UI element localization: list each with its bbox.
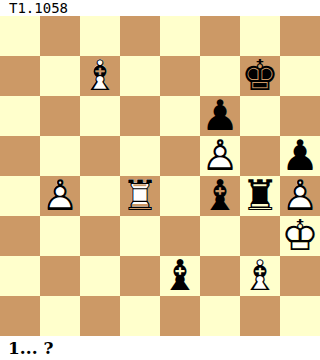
square-f5[interactable]: ♟♙: [200, 136, 240, 176]
move-prompt: 1... ?: [0, 336, 320, 360]
square-g5[interactable]: [240, 136, 280, 176]
piece-glyph-fill: ♟: [40, 176, 80, 216]
square-c7[interactable]: ♝♗: [80, 56, 120, 96]
square-a7[interactable]: [0, 56, 40, 96]
square-a4[interactable]: [0, 176, 40, 216]
square-a5[interactable]: [0, 136, 40, 176]
piece-glyph-fill: ♝: [80, 56, 120, 96]
square-h4[interactable]: ♟♙: [280, 176, 320, 216]
piece-glyph-outline: ♙: [200, 136, 240, 176]
square-g2[interactable]: ♝♗: [240, 256, 280, 296]
square-e6[interactable]: [160, 96, 200, 136]
square-a6[interactable]: [0, 96, 40, 136]
square-f2[interactable]: [200, 256, 240, 296]
square-c1[interactable]: [80, 296, 120, 336]
square-b1[interactable]: [40, 296, 80, 336]
square-c6[interactable]: [80, 96, 120, 136]
square-a8[interactable]: [0, 16, 40, 56]
square-d5[interactable]: [120, 136, 160, 176]
piece-glyph-outline: ♗: [240, 256, 280, 296]
black-bishop[interactable]: ♝: [200, 176, 240, 216]
square-e3[interactable]: [160, 216, 200, 256]
square-a3[interactable]: [0, 216, 40, 256]
square-b6[interactable]: [40, 96, 80, 136]
piece-glyph: ♜: [240, 176, 280, 216]
square-b4[interactable]: ♟♙: [40, 176, 80, 216]
square-g6[interactable]: [240, 96, 280, 136]
square-e2[interactable]: ♝: [160, 256, 200, 296]
square-b3[interactable]: [40, 216, 80, 256]
white-pawn[interactable]: ♟♙: [40, 176, 80, 216]
square-d3[interactable]: [120, 216, 160, 256]
piece-glyph: ♟: [280, 136, 320, 176]
white-pawn[interactable]: ♟♙: [200, 136, 240, 176]
square-f8[interactable]: [200, 16, 240, 56]
white-pawn[interactable]: ♟♙: [280, 176, 320, 216]
square-e8[interactable]: [160, 16, 200, 56]
square-a2[interactable]: [0, 256, 40, 296]
piece-glyph-fill: ♟: [280, 176, 320, 216]
piece-glyph-fill: ♝: [240, 256, 280, 296]
square-d7[interactable]: [120, 56, 160, 96]
square-f7[interactable]: [200, 56, 240, 96]
square-h5[interactable]: ♟: [280, 136, 320, 176]
piece-glyph: ♝: [200, 176, 240, 216]
square-e1[interactable]: [160, 296, 200, 336]
black-king[interactable]: ♚: [240, 56, 280, 96]
piece-glyph: ♟: [200, 96, 240, 136]
square-e7[interactable]: [160, 56, 200, 96]
piece-glyph-fill: ♚: [280, 216, 320, 256]
square-g8[interactable]: [240, 16, 280, 56]
square-d8[interactable]: [120, 16, 160, 56]
white-king[interactable]: ♚♔: [280, 216, 320, 256]
square-b7[interactable]: [40, 56, 80, 96]
square-h2[interactable]: [280, 256, 320, 296]
piece-glyph-outline: ♗: [80, 56, 120, 96]
piece-glyph-outline: ♙: [280, 176, 320, 216]
square-d4[interactable]: ♜♖: [120, 176, 160, 216]
square-d1[interactable]: [120, 296, 160, 336]
piece-glyph: ♚: [240, 56, 280, 96]
square-h8[interactable]: [280, 16, 320, 56]
square-c3[interactable]: [80, 216, 120, 256]
square-f4[interactable]: ♝: [200, 176, 240, 216]
square-g7[interactable]: ♚: [240, 56, 280, 96]
square-d2[interactable]: [120, 256, 160, 296]
puzzle-id: T1.1058: [0, 0, 320, 16]
square-g1[interactable]: [240, 296, 280, 336]
square-h3[interactable]: ♚♔: [280, 216, 320, 256]
square-h1[interactable]: [280, 296, 320, 336]
white-bishop[interactable]: ♝♗: [240, 256, 280, 296]
square-h6[interactable]: [280, 96, 320, 136]
square-c2[interactable]: [80, 256, 120, 296]
square-c8[interactable]: [80, 16, 120, 56]
black-pawn[interactable]: ♟: [200, 96, 240, 136]
white-rook[interactable]: ♜♖: [120, 176, 160, 216]
square-a1[interactable]: [0, 296, 40, 336]
black-rook[interactable]: ♜: [240, 176, 280, 216]
piece-glyph-outline: ♔: [280, 216, 320, 256]
piece-glyph-fill: ♜: [120, 176, 160, 216]
square-g4[interactable]: ♜: [240, 176, 280, 216]
square-h7[interactable]: [280, 56, 320, 96]
square-g3[interactable]: [240, 216, 280, 256]
piece-glyph-outline: ♖: [120, 176, 160, 216]
square-f6[interactable]: ♟: [200, 96, 240, 136]
square-f3[interactable]: [200, 216, 240, 256]
square-b8[interactable]: [40, 16, 80, 56]
black-bishop[interactable]: ♝: [160, 256, 200, 296]
square-e5[interactable]: [160, 136, 200, 176]
white-bishop[interactable]: ♝♗: [80, 56, 120, 96]
square-e4[interactable]: [160, 176, 200, 216]
square-b2[interactable]: [40, 256, 80, 296]
chess-board: ♝♗♚♟♟♙♟♟♙♜♖♝♜♟♙♚♔♝♝♗: [0, 16, 320, 336]
square-c5[interactable]: [80, 136, 120, 176]
piece-glyph-outline: ♙: [40, 176, 80, 216]
black-pawn[interactable]: ♟: [280, 136, 320, 176]
square-b5[interactable]: [40, 136, 80, 176]
square-c4[interactable]: [80, 176, 120, 216]
piece-glyph-fill: ♟: [200, 136, 240, 176]
square-d6[interactable]: [120, 96, 160, 136]
piece-glyph: ♝: [160, 256, 200, 296]
square-f1[interactable]: [200, 296, 240, 336]
